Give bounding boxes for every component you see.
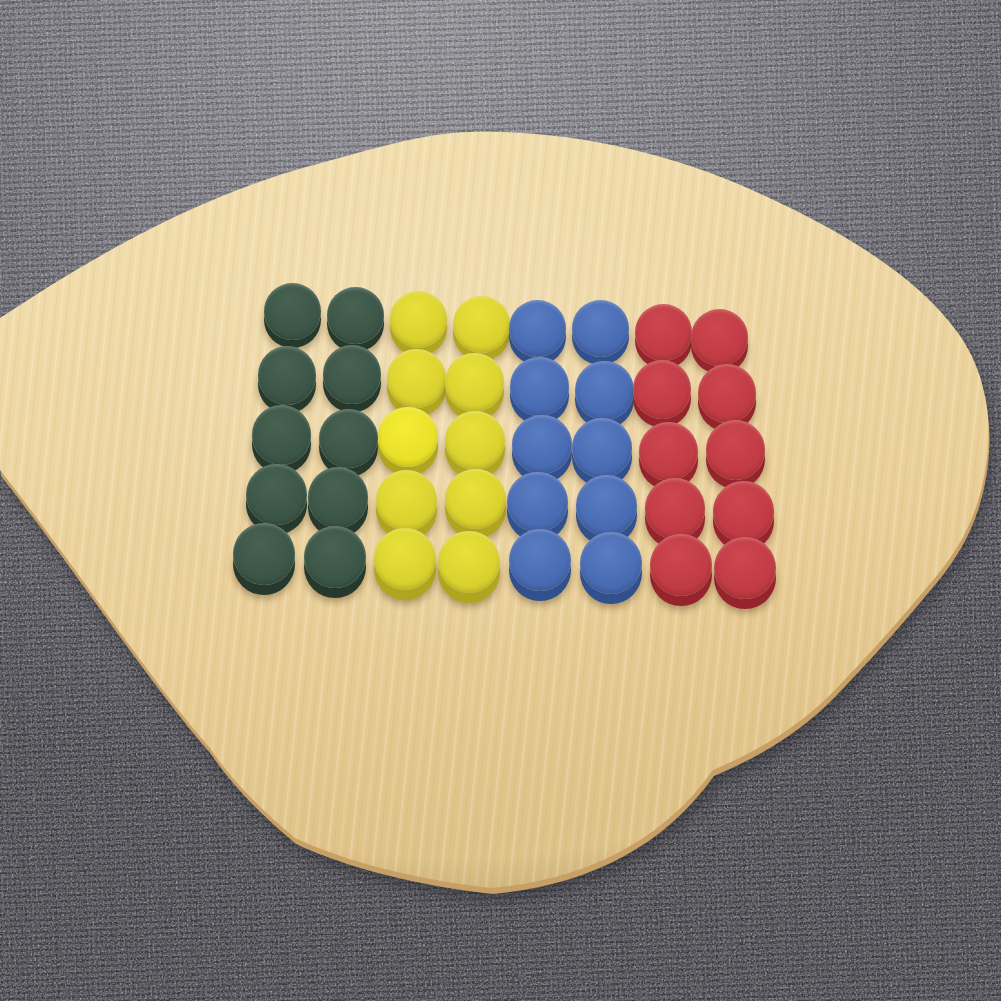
token-red[interactable] [650,534,712,596]
token-yellow[interactable] [453,296,510,353]
token-yellow[interactable] [445,469,506,530]
token-blue[interactable] [575,361,633,419]
product-photo-scene [0,0,1001,1001]
token-yellow[interactable] [387,349,445,407]
token-yellow[interactable] [374,528,436,590]
token-grid [0,0,1001,1001]
token-yellow[interactable] [390,291,447,348]
token-blue[interactable] [509,529,571,591]
token-green[interactable] [308,467,369,528]
token-green[interactable] [327,287,384,344]
token-green[interactable] [246,464,307,525]
token-red[interactable] [714,537,776,599]
token-yellow[interactable] [438,531,500,593]
token-blue[interactable] [509,300,566,357]
token-red[interactable] [645,478,706,539]
token-green[interactable] [252,405,312,465]
token-green[interactable] [304,526,366,588]
token-yellow[interactable] [376,470,437,531]
token-green[interactable] [233,523,295,585]
token-red[interactable] [691,309,748,366]
token-blue[interactable] [512,415,572,475]
token-blue[interactable] [572,300,629,357]
token-green[interactable] [264,283,321,340]
token-red[interactable] [698,364,756,422]
token-green[interactable] [258,346,316,404]
token-yellow[interactable] [378,407,438,467]
token-yellow[interactable] [445,353,503,411]
token-red[interactable] [706,420,766,480]
token-red[interactable] [635,304,692,361]
token-red[interactable] [633,360,691,418]
token-blue[interactable] [580,532,642,594]
token-blue[interactable] [572,418,632,478]
token-blue[interactable] [510,357,568,415]
token-yellow[interactable] [445,411,505,471]
token-red[interactable] [713,481,774,542]
token-blue[interactable] [576,475,637,536]
token-green[interactable] [323,345,381,403]
token-green[interactable] [319,409,379,469]
token-blue[interactable] [507,472,568,533]
token-red[interactable] [639,422,699,482]
